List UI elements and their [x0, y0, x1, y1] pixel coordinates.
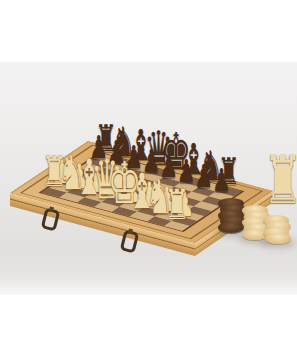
checker-stack-dark — [219, 198, 245, 233]
checker-disc-dark — [218, 222, 244, 233]
checker-disc-light — [265, 233, 291, 244]
checker-stack-light — [264, 215, 290, 244]
product-photo: ♜♞♝♛♚♝♞♜♟♟♟♟♟♟♟♟♟♟♟♟♟♟♟♟♜♞♝♛♚♝♞♜ ♜ — [0, 0, 297, 350]
